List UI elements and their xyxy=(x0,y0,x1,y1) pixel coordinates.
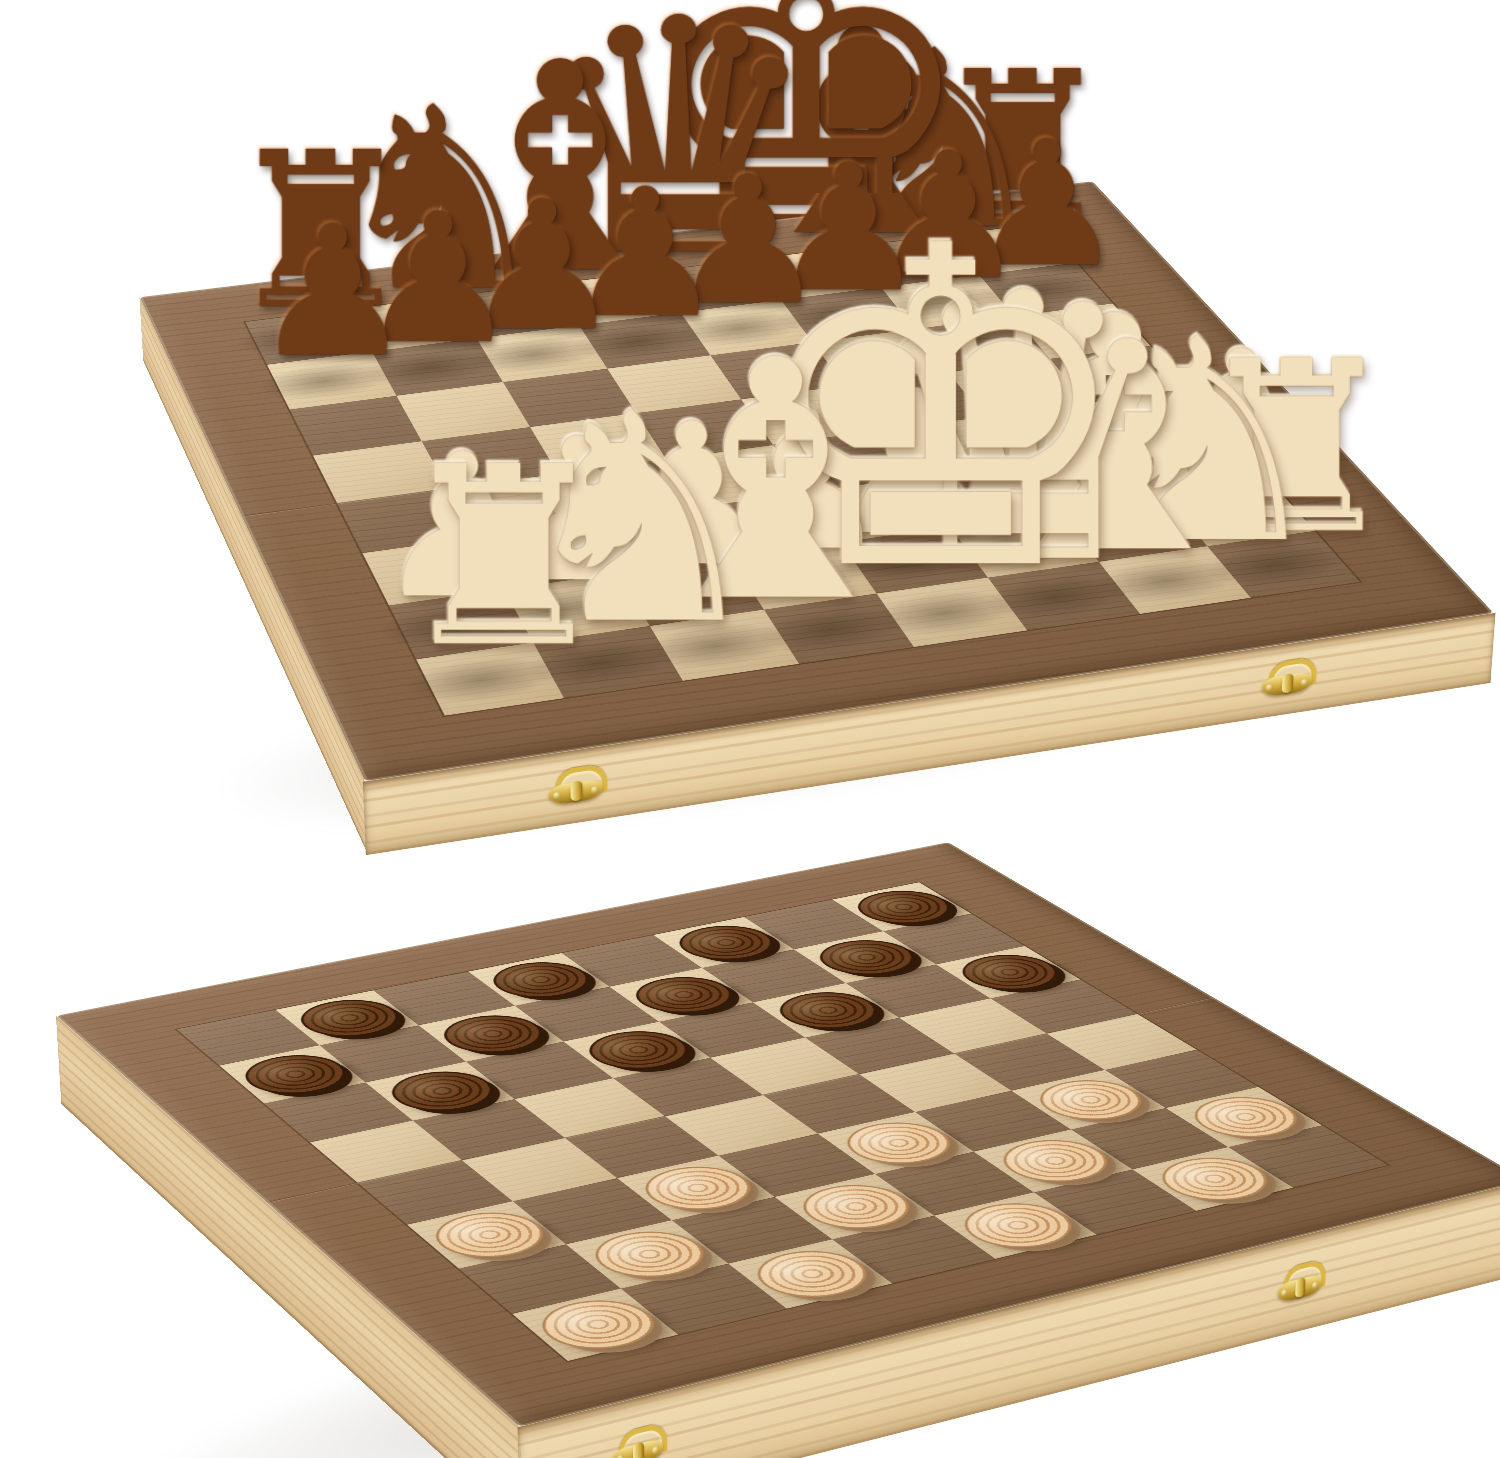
checker-piece-light xyxy=(739,1243,887,1305)
latch-knob xyxy=(633,1441,644,1458)
checker-piece-light xyxy=(628,1159,769,1217)
checker-piece-light xyxy=(829,1115,969,1171)
brass-latch-icon xyxy=(607,1420,668,1458)
checker-piece-light xyxy=(577,1224,722,1285)
checkers-board-box xyxy=(56,842,1500,1426)
checker-piece-light xyxy=(1176,1090,1317,1144)
product-photo-stage: ♜♞♝♛♚♝♞♜♟♟♟♟♟♟♟♟♟♟♟♟♟♟♟♟♜♞♝♚♛♝♞♜ xyxy=(0,0,1500,1458)
checker-piece-light xyxy=(785,1177,929,1236)
checker-piece-light xyxy=(523,1292,672,1357)
checker-piece-light xyxy=(418,1205,561,1265)
checker-piece-light xyxy=(945,1196,1091,1256)
checkers-set-scene xyxy=(223,555,1303,1458)
checker-piece-light xyxy=(1143,1151,1288,1208)
checker-piece-light xyxy=(984,1133,1126,1189)
brass-latch-icon xyxy=(1273,1257,1328,1311)
